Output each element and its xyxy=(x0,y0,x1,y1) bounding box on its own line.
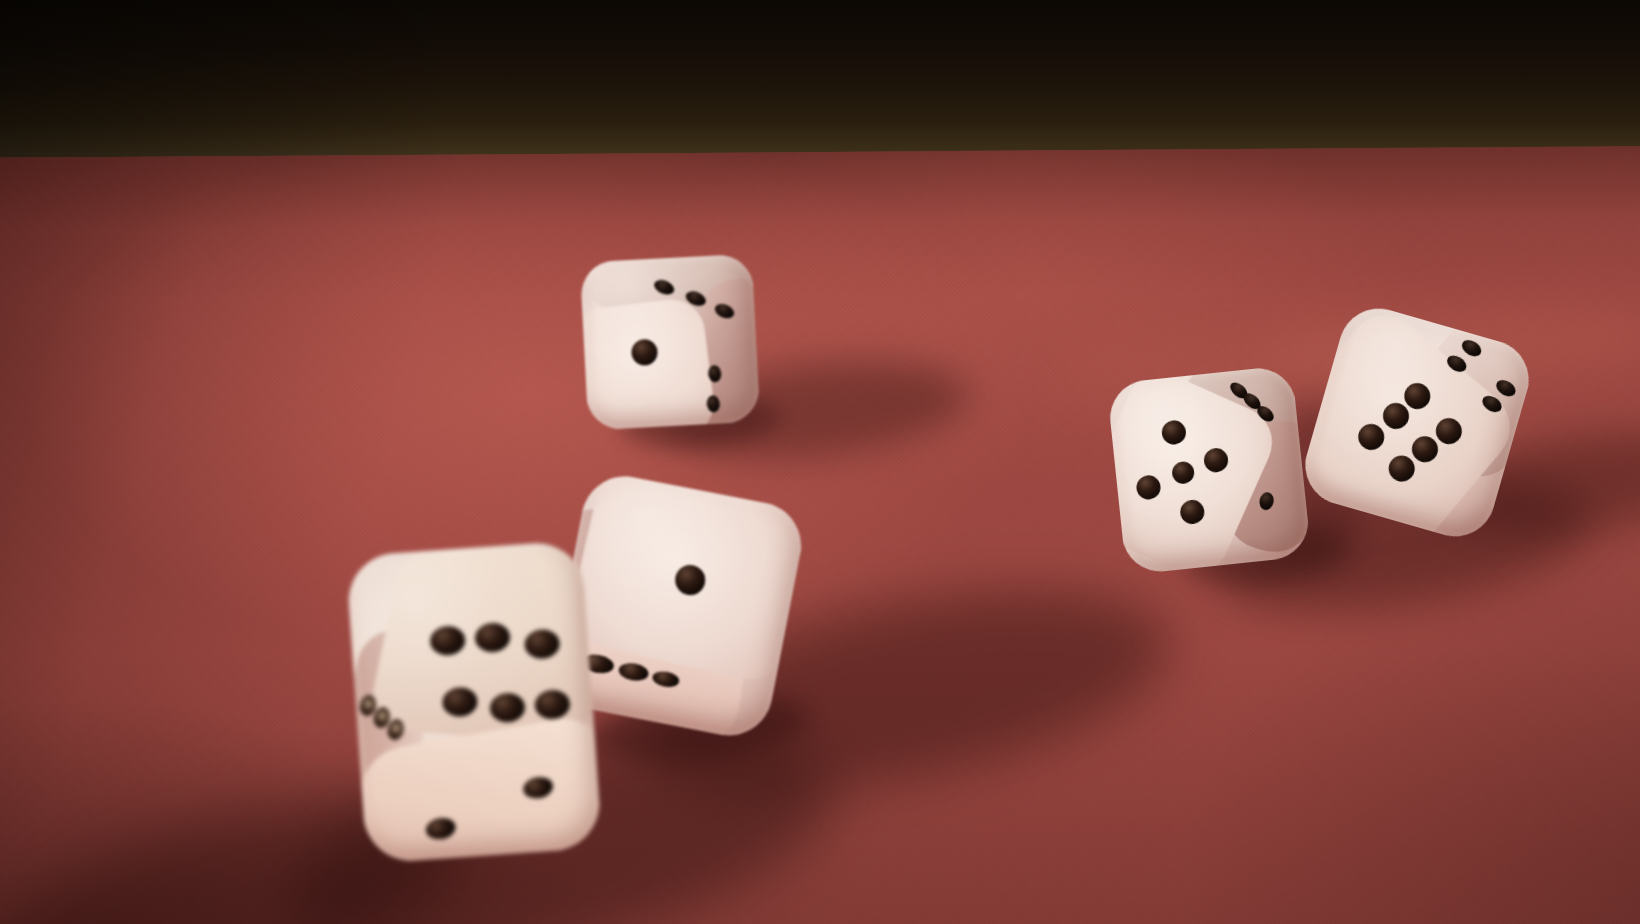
dice-photo-scene xyxy=(0,0,1640,924)
die-1 xyxy=(580,254,761,431)
die-1-sheen xyxy=(580,254,761,431)
die-4-pip xyxy=(1180,500,1204,524)
die-5-pip xyxy=(1383,403,1409,429)
dice-layer xyxy=(0,0,1640,924)
die-4-pip xyxy=(1204,448,1228,472)
die-5-pip xyxy=(1358,424,1384,450)
die-4 xyxy=(1106,365,1311,575)
die-2-pip xyxy=(675,565,705,595)
die-5-pip xyxy=(1436,418,1462,444)
die-5-pip xyxy=(1404,383,1430,409)
die-4-pip xyxy=(1136,475,1160,499)
die-4-pip xyxy=(1172,462,1194,484)
die-5-sheen xyxy=(1296,299,1538,546)
die-1-pip xyxy=(631,339,657,365)
die-5-pip xyxy=(1412,436,1438,462)
die-5 xyxy=(1296,299,1538,546)
die-3 xyxy=(346,540,603,864)
